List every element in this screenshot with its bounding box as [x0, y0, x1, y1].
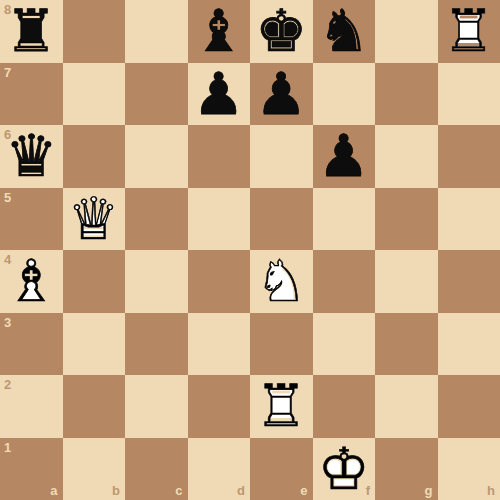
piece-white-rook[interactable]: ♜♖: [250, 375, 313, 438]
square-a2[interactable]: 2: [0, 375, 63, 438]
white-knight-glyph: ♞: [255, 252, 307, 310]
piece-black-bishop[interactable]: ♝: [188, 0, 251, 63]
square-d2[interactable]: [188, 375, 251, 438]
square-b6[interactable]: [63, 125, 126, 188]
piece-black-pawn[interactable]: ♟: [313, 125, 376, 188]
square-a6[interactable]: 6♛: [0, 125, 63, 188]
square-h8[interactable]: ♜♖: [438, 0, 500, 63]
square-a7[interactable]: 7: [0, 63, 63, 126]
square-h5[interactable]: [438, 188, 500, 251]
square-f6[interactable]: ♟: [313, 125, 376, 188]
square-e4[interactable]: ♞♘: [250, 250, 313, 313]
square-d3[interactable]: [188, 313, 251, 376]
black-bishop-glyph: ♝: [193, 2, 245, 60]
piece-black-rook[interactable]: ♜: [0, 0, 63, 63]
square-h4[interactable]: [438, 250, 500, 313]
white-bishop-glyph: ♝: [5, 252, 57, 310]
square-c1[interactable]: c: [125, 438, 188, 500]
square-b5[interactable]: ♛♕: [63, 188, 126, 251]
white-queen-outline-glyph: ♕: [68, 190, 120, 248]
square-c3[interactable]: [125, 313, 188, 376]
square-f1[interactable]: f♚♔: [313, 438, 376, 500]
square-c7[interactable]: [125, 63, 188, 126]
square-g8[interactable]: [375, 0, 438, 63]
square-f2[interactable]: [313, 375, 376, 438]
square-a8[interactable]: 8♜: [0, 0, 63, 63]
square-b7[interactable]: [63, 63, 126, 126]
square-g3[interactable]: [375, 313, 438, 376]
square-a1[interactable]: 1a: [0, 438, 63, 500]
square-f3[interactable]: [313, 313, 376, 376]
square-e5[interactable]: [250, 188, 313, 251]
piece-white-rook[interactable]: ♜♖: [438, 0, 500, 63]
white-bishop-outline-glyph: ♗: [5, 252, 57, 310]
square-c2[interactable]: [125, 375, 188, 438]
black-king-glyph: ♚: [255, 2, 307, 60]
square-g2[interactable]: [375, 375, 438, 438]
square-h2[interactable]: [438, 375, 500, 438]
square-a5[interactable]: 5: [0, 188, 63, 251]
piece-black-king[interactable]: ♚: [250, 0, 313, 63]
square-c6[interactable]: [125, 125, 188, 188]
square-c4[interactable]: [125, 250, 188, 313]
white-rook-glyph: ♜: [443, 2, 495, 60]
square-d1[interactable]: d: [188, 438, 251, 500]
piece-white-bishop[interactable]: ♝♗: [0, 250, 63, 313]
square-b4[interactable]: [63, 250, 126, 313]
file-label-e: e: [300, 484, 307, 497]
piece-black-pawn[interactable]: ♟: [188, 63, 251, 126]
square-g6[interactable]: [375, 125, 438, 188]
square-a4[interactable]: 4♝♗: [0, 250, 63, 313]
square-d7[interactable]: ♟: [188, 63, 251, 126]
square-c8[interactable]: [125, 0, 188, 63]
rank-label-2: 2: [4, 378, 11, 391]
square-e7[interactable]: ♟: [250, 63, 313, 126]
square-g7[interactable]: [375, 63, 438, 126]
white-knight-outline-glyph: ♘: [255, 252, 307, 310]
square-b8[interactable]: [63, 0, 126, 63]
piece-white-knight[interactable]: ♞♘: [250, 250, 313, 313]
square-g1[interactable]: g: [375, 438, 438, 500]
piece-black-queen[interactable]: ♛: [0, 125, 63, 188]
white-rook-glyph: ♜: [255, 377, 307, 435]
black-queen-glyph: ♛: [5, 127, 57, 185]
square-d6[interactable]: [188, 125, 251, 188]
square-a3[interactable]: 3: [0, 313, 63, 376]
black-pawn-glyph: ♟: [255, 65, 307, 123]
square-b2[interactable]: [63, 375, 126, 438]
rank-label-3: 3: [4, 316, 11, 329]
square-g5[interactable]: [375, 188, 438, 251]
white-rook-outline-glyph: ♖: [443, 2, 495, 60]
square-h1[interactable]: h: [438, 438, 500, 500]
square-d4[interactable]: [188, 250, 251, 313]
white-king-glyph: ♚: [318, 440, 370, 498]
black-knight-glyph: ♞: [318, 2, 370, 60]
file-label-h: h: [487, 484, 495, 497]
square-d8[interactable]: ♝: [188, 0, 251, 63]
black-pawn-glyph: ♟: [318, 127, 370, 185]
rank-label-1: 1: [4, 441, 11, 454]
square-b3[interactable]: [63, 313, 126, 376]
square-e1[interactable]: e: [250, 438, 313, 500]
square-c5[interactable]: [125, 188, 188, 251]
square-e6[interactable]: [250, 125, 313, 188]
file-label-d: d: [237, 484, 245, 497]
square-e8[interactable]: ♚: [250, 0, 313, 63]
square-f8[interactable]: ♞: [313, 0, 376, 63]
black-pawn-glyph: ♟: [193, 65, 245, 123]
square-f7[interactable]: [313, 63, 376, 126]
file-label-g: g: [425, 484, 433, 497]
white-rook-outline-glyph: ♖: [255, 377, 307, 435]
square-h7[interactable]: [438, 63, 500, 126]
piece-white-queen[interactable]: ♛♕: [63, 188, 126, 251]
square-b1[interactable]: b: [63, 438, 126, 500]
square-e2[interactable]: ♜♖: [250, 375, 313, 438]
piece-white-king[interactable]: ♚♔: [313, 438, 376, 500]
piece-black-knight[interactable]: ♞: [313, 0, 376, 63]
file-label-c: c: [175, 484, 182, 497]
chess-board: 8♜♝♚♞♜♖7♟♟6♛♟5♛♕4♝♗♞♘32♜♖1abcdef♚♔gh: [0, 0, 500, 500]
square-f5[interactable]: [313, 188, 376, 251]
square-d5[interactable]: [188, 188, 251, 251]
piece-black-pawn[interactable]: ♟: [250, 63, 313, 126]
square-g4[interactable]: [375, 250, 438, 313]
square-f4[interactable]: [313, 250, 376, 313]
rank-label-5: 5: [4, 191, 11, 204]
white-queen-glyph: ♛: [68, 190, 120, 248]
square-h3[interactable]: [438, 313, 500, 376]
square-h6[interactable]: [438, 125, 500, 188]
rank-label-7: 7: [4, 66, 11, 79]
file-label-b: b: [112, 484, 120, 497]
black-rook-glyph: ♜: [5, 2, 57, 60]
square-e3[interactable]: [250, 313, 313, 376]
file-label-a: a: [50, 484, 57, 497]
white-king-outline-glyph: ♔: [318, 440, 370, 498]
